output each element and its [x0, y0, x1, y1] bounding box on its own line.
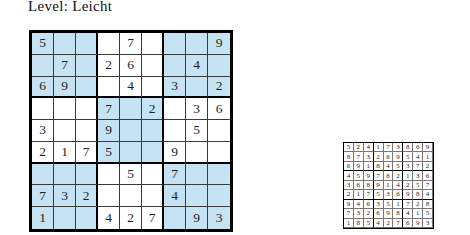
- solution-cell-r7c9: 8: [423, 200, 433, 209]
- puzzle-cell-r1c6[interactable]: [142, 33, 164, 55]
- puzzle-cell-r6c5[interactable]: [120, 142, 142, 164]
- solution-cell-r6c7: 9: [403, 190, 413, 199]
- solution-cell-r9c1: 1: [344, 219, 354, 228]
- solution-cell-r4c3: 9: [364, 171, 374, 180]
- solution-cell-r8c5: 9: [384, 209, 394, 218]
- solution-cell-r3c7: 3: [403, 162, 413, 171]
- puzzle-cell-r3c3[interactable]: [76, 77, 98, 99]
- puzzle-cell-r4c8[interactable]: 3: [186, 98, 208, 120]
- puzzle-cell-r1c9[interactable]: 9: [208, 33, 230, 55]
- sudoku-solution-grid: 5241738698732695416918453724597821363689…: [343, 142, 434, 229]
- solution-cell-r1c4: 1: [374, 143, 384, 152]
- solution-cell-r1c9: 9: [423, 143, 433, 152]
- solution-cell-r6c2: 1: [354, 190, 364, 199]
- puzzle-cell-r1c4[interactable]: [98, 33, 120, 55]
- puzzle-cell-r8c5[interactable]: [120, 185, 142, 207]
- puzzle-cell-r2c9[interactable]: [208, 55, 230, 77]
- solution-cell-r4c5: 8: [384, 171, 394, 180]
- puzzle-cell-r9c3[interactable]: [76, 207, 98, 229]
- solution-cell-r5c3: 8: [364, 181, 374, 190]
- puzzle-cell-r2c3[interactable]: [76, 55, 98, 77]
- puzzle-cell-r5c5[interactable]: [120, 120, 142, 142]
- puzzle-cell-r4c9[interactable]: 6: [208, 98, 230, 120]
- solution-cell-r8c1: 7: [344, 209, 354, 218]
- puzzle-cell-r7c2[interactable]: [54, 164, 76, 186]
- solution-cell-r5c6: 4: [393, 181, 403, 190]
- puzzle-cell-r7c3[interactable]: [76, 164, 98, 186]
- puzzle-cell-r9c5[interactable]: 2: [120, 207, 142, 229]
- solution-cell-r7c4: 3: [374, 200, 384, 209]
- puzzle-cell-r9c6[interactable]: 7: [142, 207, 164, 229]
- puzzle-cell-r5c4[interactable]: 9: [98, 120, 120, 142]
- solution-cell-r5c7: 2: [403, 181, 413, 190]
- puzzle-cell-r6c9[interactable]: [208, 142, 230, 164]
- puzzle-cell-r4c2[interactable]: [54, 98, 76, 120]
- solution-cell-r9c6: 7: [393, 219, 403, 228]
- puzzle-cell-r7c4[interactable]: [98, 164, 120, 186]
- solution-cell-r2c7: 5: [403, 152, 413, 161]
- solution-cell-r6c6: 6: [393, 190, 403, 199]
- puzzle-cell-r1c5[interactable]: 7: [120, 33, 142, 55]
- puzzle-cell-r3c5[interactable]: 4: [120, 77, 142, 99]
- solution-cell-r6c9: 4: [423, 190, 433, 199]
- puzzle-cell-r7c6[interactable]: [142, 164, 164, 186]
- solution-cell-r6c5: 3: [384, 190, 394, 199]
- solution-cell-r4c8: 3: [413, 171, 423, 180]
- puzzle-cell-r3c9[interactable]: 2: [208, 77, 230, 99]
- solution-cell-r4c7: 1: [403, 171, 413, 180]
- puzzle-cell-r4c4[interactable]: 7: [98, 98, 120, 120]
- puzzle-cell-r9c7[interactable]: [164, 207, 186, 229]
- puzzle-cell-r3c2[interactable]: 9: [54, 77, 76, 99]
- puzzle-cell-r7c8[interactable]: [186, 164, 208, 186]
- puzzle-cell-r7c5[interactable]: 5: [120, 164, 142, 186]
- solution-cell-r5c8: 5: [413, 181, 423, 190]
- solution-cell-r3c8: 7: [413, 162, 423, 171]
- puzzle-cell-r1c8[interactable]: [186, 33, 208, 55]
- solution-cell-r3c3: 1: [364, 162, 374, 171]
- solution-cell-r3c4: 8: [374, 162, 384, 171]
- solution-cell-r7c7: 7: [403, 200, 413, 209]
- solution-cell-r1c7: 8: [403, 143, 413, 152]
- solution-cell-r6c8: 8: [413, 190, 423, 199]
- puzzle-cell-r9c2[interactable]: [54, 207, 76, 229]
- puzzle-cell-r8c8[interactable]: [186, 185, 208, 207]
- solution-cell-r2c3: 3: [364, 152, 374, 161]
- solution-cell-r7c8: 2: [413, 200, 423, 209]
- puzzle-cell-r4c6[interactable]: 2: [142, 98, 164, 120]
- puzzle-cell-r6c8[interactable]: [186, 142, 208, 164]
- solution-cell-r2c1: 8: [344, 152, 354, 161]
- puzzle-cell-r3c4[interactable]: [98, 77, 120, 99]
- puzzle-cell-r4c3[interactable]: [76, 98, 98, 120]
- solution-cell-r9c9: 3: [423, 219, 433, 228]
- solution-cell-r5c2: 6: [354, 181, 364, 190]
- solution-cell-r3c1: 6: [344, 162, 354, 171]
- solution-cell-r9c2: 8: [354, 219, 364, 228]
- puzzle-cell-r3c7[interactable]: 3: [164, 77, 186, 99]
- puzzle-cell-r2c6[interactable]: [142, 55, 164, 77]
- puzzle-cell-r5c2[interactable]: [54, 120, 76, 142]
- solution-cell-r5c1: 3: [344, 181, 354, 190]
- solution-cell-r5c9: 7: [423, 181, 433, 190]
- solution-cell-r9c5: 2: [384, 219, 394, 228]
- solution-cell-r8c7: 4: [403, 209, 413, 218]
- puzzle-cell-r9c8[interactable]: 9: [186, 207, 208, 229]
- puzzle-cell-r1c1[interactable]: 5: [32, 33, 54, 55]
- solution-cell-r2c9: 1: [423, 152, 433, 161]
- solution-cell-r1c1: 5: [344, 143, 354, 152]
- solution-cell-r1c6: 3: [393, 143, 403, 152]
- puzzle-cell-r8c7[interactable]: 4: [164, 185, 186, 207]
- puzzle-cell-r4c7[interactable]: [164, 98, 186, 120]
- solution-cell-r6c1: 2: [344, 190, 354, 199]
- level-label: Level: Leicht: [28, 0, 112, 15]
- puzzle-cell-r1c2[interactable]: [54, 33, 76, 55]
- solution-cell-r7c3: 6: [364, 200, 374, 209]
- solution-cell-r8c3: 2: [364, 209, 374, 218]
- sudoku-puzzle-grid: 579726469432723639521759577324142793: [29, 30, 233, 232]
- puzzle-cell-r2c5[interactable]: 6: [120, 55, 142, 77]
- puzzle-cell-r6c6[interactable]: [142, 142, 164, 164]
- puzzle-cell-r6c2[interactable]: 1: [54, 142, 76, 164]
- solution-cell-r7c6: 1: [393, 200, 403, 209]
- solution-cell-r8c8: 1: [413, 209, 423, 218]
- puzzle-cell-r2c2[interactable]: 7: [54, 55, 76, 77]
- puzzle-cell-r1c3[interactable]: [76, 33, 98, 55]
- puzzle-cell-r3c6[interactable]: [142, 77, 164, 99]
- puzzle-cell-r8c9[interactable]: [208, 185, 230, 207]
- solution-cell-r3c2: 9: [354, 162, 364, 171]
- solution-cell-r4c1: 4: [344, 171, 354, 180]
- solution-cell-r2c4: 2: [374, 152, 384, 161]
- solution-cell-r6c4: 5: [374, 190, 384, 199]
- puzzle-cell-r8c3[interactable]: 2: [76, 185, 98, 207]
- puzzle-cell-r2c4[interactable]: 2: [98, 55, 120, 77]
- solution-cell-r9c7: 6: [403, 219, 413, 228]
- solution-cell-r9c3: 5: [364, 219, 374, 228]
- solution-cell-r6c3: 7: [364, 190, 374, 199]
- solution-cell-r2c8: 4: [413, 152, 423, 161]
- puzzle-cell-r5c8[interactable]: 5: [186, 120, 208, 142]
- solution-cell-r1c8: 6: [413, 143, 423, 152]
- solution-cell-r8c6: 8: [393, 209, 403, 218]
- puzzle-cell-r2c7[interactable]: [164, 55, 186, 77]
- solution-cell-r2c5: 6: [384, 152, 394, 161]
- solution-cell-r4c4: 7: [374, 171, 384, 180]
- puzzle-cell-r4c5[interactable]: [120, 98, 142, 120]
- solution-cell-r1c3: 4: [364, 143, 374, 152]
- puzzle-cell-r8c4[interactable]: [98, 185, 120, 207]
- solution-cell-r1c5: 7: [384, 143, 394, 152]
- puzzle-cell-r3c1[interactable]: 6: [32, 77, 54, 99]
- solution-cell-r2c2: 7: [354, 152, 364, 161]
- puzzle-cell-r9c1[interactable]: 1: [32, 207, 54, 229]
- puzzle-cell-r5c7[interactable]: [164, 120, 186, 142]
- solution-cell-r7c5: 5: [384, 200, 394, 209]
- puzzle-cell-r2c8[interactable]: 4: [186, 55, 208, 77]
- solution-cell-r4c6: 2: [393, 171, 403, 180]
- solution-cell-r5c4: 9: [374, 181, 384, 190]
- puzzle-cell-r5c1[interactable]: 3: [32, 120, 54, 142]
- puzzle-cell-r5c9[interactable]: [208, 120, 230, 142]
- solution-cell-r3c6: 5: [393, 162, 403, 171]
- solution-cell-r3c5: 4: [384, 162, 394, 171]
- puzzle-cell-r3c8[interactable]: [186, 77, 208, 99]
- puzzle-cell-r7c1[interactable]: [32, 164, 54, 186]
- puzzle-cell-r4c1[interactable]: [32, 98, 54, 120]
- puzzle-cell-r6c7[interactable]: 9: [164, 142, 186, 164]
- puzzle-cell-r9c9[interactable]: 3: [208, 207, 230, 229]
- puzzle-cell-r1c7[interactable]: [164, 33, 186, 55]
- puzzle-cell-r2c1[interactable]: [32, 55, 54, 77]
- solution-cell-r8c2: 3: [354, 209, 364, 218]
- puzzle-cell-r9c4[interactable]: 4: [98, 207, 120, 229]
- puzzle-cell-r8c1[interactable]: 7: [32, 185, 54, 207]
- puzzle-cell-r5c3[interactable]: [76, 120, 98, 142]
- puzzle-cell-r7c7[interactable]: 7: [164, 164, 186, 186]
- solution-cell-r7c2: 4: [354, 200, 364, 209]
- puzzle-cell-r7c9[interactable]: [208, 164, 230, 186]
- solution-cell-r1c2: 2: [354, 143, 364, 152]
- puzzle-cell-r6c3[interactable]: 7: [76, 142, 98, 164]
- puzzle-cell-r5c6[interactable]: [142, 120, 164, 142]
- solution-cell-r9c4: 4: [374, 219, 384, 228]
- solution-cell-r7c1: 9: [344, 200, 354, 209]
- puzzle-cell-r6c4[interactable]: 5: [98, 142, 120, 164]
- solution-cell-r5c5: 1: [384, 181, 394, 190]
- solution-cell-r8c4: 6: [374, 209, 384, 218]
- puzzle-cell-r6c1[interactable]: 2: [32, 142, 54, 164]
- solution-cell-r3c9: 2: [423, 162, 433, 171]
- puzzle-cell-r8c6[interactable]: [142, 185, 164, 207]
- solution-cell-r8c9: 5: [423, 209, 433, 218]
- solution-cell-r9c8: 9: [413, 219, 423, 228]
- solution-cell-r4c2: 5: [354, 171, 364, 180]
- solution-cell-r4c9: 6: [423, 171, 433, 180]
- puzzle-cell-r8c2[interactable]: 3: [54, 185, 76, 207]
- solution-cell-r2c6: 9: [393, 152, 403, 161]
